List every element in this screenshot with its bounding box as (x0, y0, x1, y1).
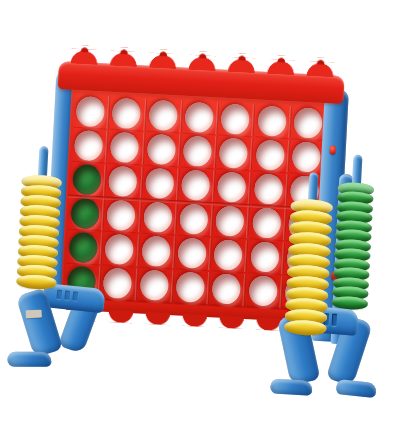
red-knob-icon (330, 145, 336, 154)
board-cell-r3-c6 (249, 171, 287, 207)
right-leg-front-foot (270, 378, 313, 395)
board-hole-r2-c7 (291, 141, 321, 172)
board-cell-r4-c4 (175, 201, 213, 237)
board-hole-r6-c5 (212, 273, 242, 304)
board-cell-r4-c1 (66, 196, 104, 232)
board-hole-r3-c1 (72, 164, 102, 195)
board-hole-r5-c2 (105, 234, 135, 265)
board-hole-r3-c2 (108, 166, 138, 197)
board-cell-r6-c4 (171, 269, 209, 305)
board-cell-r5-c6 (246, 239, 284, 275)
board-hole-r4-c3 (143, 202, 173, 233)
board-hole-r6-c3 (139, 270, 169, 301)
yellow-disc-stack-front-left (16, 145, 63, 290)
board-cell-r5-c5 (209, 237, 247, 273)
board-hole-r6-c4 (176, 271, 206, 302)
board-cell-r1-c5 (216, 101, 254, 137)
board-cell-r1-c6 (253, 103, 291, 139)
board-cell-r3-c3 (140, 165, 178, 201)
board-cell-r5-c3 (137, 233, 175, 269)
board-hole-r4-c5 (215, 205, 245, 236)
board-hole-r3-c4 (181, 170, 211, 201)
board-cell-r2-c4 (178, 133, 216, 169)
board-cell-r3-c4 (177, 167, 215, 203)
board-cell-r1-c7 (289, 105, 327, 141)
board-hole-r1-c2 (112, 98, 142, 129)
yellow-disc-stack-front-right (284, 171, 334, 336)
board-cell-r4-c5 (211, 203, 249, 239)
board-cell-r2-c7 (287, 139, 325, 175)
board-hole-r2-c5 (219, 138, 249, 169)
board-cell-r1-c1 (72, 94, 110, 130)
board-hole-r4-c6 (252, 207, 282, 238)
board-hole-r1-c7 (293, 107, 323, 138)
board-cell-r3-c5 (213, 169, 251, 205)
board-cell-r1-c2 (108, 96, 146, 132)
board-cell-r1-c3 (144, 98, 182, 134)
board-hole-r2-c3 (146, 134, 176, 165)
board-hole-r1-c4 (184, 102, 214, 133)
board-hole-r5-c5 (214, 239, 244, 270)
board-cell-r5-c1 (64, 230, 102, 266)
frame-assembly (0, 0, 400, 445)
board-cell-r5-c4 (173, 235, 211, 271)
board-hole-r5-c3 (141, 236, 171, 267)
blank-label-sticker (26, 310, 42, 319)
green-disc-stack-rear-right (331, 154, 375, 310)
left-leg (7, 281, 111, 374)
board-cell-r4-c6 (247, 205, 285, 241)
board-hole-r3-c6 (253, 173, 283, 204)
board-hole-r2-c4 (183, 136, 213, 167)
board-hole-r2-c6 (255, 139, 285, 170)
board-hole-r1-c6 (257, 105, 287, 136)
board-hole-r4-c1 (70, 198, 100, 229)
board-hole-r2-c1 (74, 130, 104, 161)
board-cell-r2-c6 (251, 137, 289, 173)
board-hole-r4-c4 (179, 204, 209, 235)
board-cell-r3-c1 (68, 162, 106, 198)
board-cell-r2-c3 (142, 132, 180, 168)
board-hole-r4-c2 (107, 200, 137, 231)
board-hole-r3-c5 (217, 171, 247, 202)
board-cell-r4-c2 (102, 198, 140, 234)
board-cell-r6-c3 (135, 267, 173, 303)
board-cell-r2-c5 (215, 135, 253, 171)
board-hole-r1-c1 (76, 96, 106, 127)
board-hole-r3-c3 (145, 168, 175, 199)
board-hole-r2-c2 (110, 132, 140, 163)
board-hole-r6-c6 (248, 275, 278, 306)
board-hole-r5-c4 (177, 237, 207, 268)
right-leg-rear-foot (336, 379, 377, 398)
board-cell-r6-c5 (208, 271, 246, 307)
board-cell-r5-c2 (101, 231, 139, 267)
board-hole-r5-c1 (69, 232, 99, 263)
board-cell-r1-c4 (180, 99, 218, 135)
board-cell-r4-c3 (139, 199, 177, 235)
board-hole-r5-c6 (250, 241, 280, 272)
board-hole-r1-c3 (148, 100, 178, 131)
board-cell-r2-c1 (70, 128, 108, 164)
board-cell-r2-c2 (106, 130, 144, 166)
giant-connect-four-photo (0, 0, 400, 445)
board-cell-r3-c2 (104, 164, 142, 200)
board-hole-r1-c5 (221, 104, 251, 135)
left-leg-foot (7, 352, 51, 367)
